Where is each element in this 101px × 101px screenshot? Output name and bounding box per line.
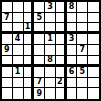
cell-r2c8[interactable]: [77, 13, 88, 24]
cell-r8c8[interactable]: [77, 78, 88, 89]
cell-r2c4[interactable]: 5: [34, 13, 45, 24]
cell-r5c6[interactable]: [56, 45, 67, 56]
cell-r2c6[interactable]: [56, 13, 67, 24]
given-digit: 3: [47, 2, 53, 10]
cell-r3c2[interactable]: [13, 23, 24, 34]
given-digit: 1: [25, 23, 31, 31]
cell-r8c3[interactable]: [24, 78, 35, 89]
cell-r4c4[interactable]: [34, 34, 45, 45]
cell-r5c8[interactable]: 7: [77, 45, 88, 56]
given-digit: 5: [36, 13, 42, 21]
cell-r6c3[interactable]: [24, 56, 35, 67]
cell-r9c3[interactable]: [24, 88, 35, 99]
cell-r6c5[interactable]: 8: [45, 56, 56, 67]
cell-r8c5[interactable]: [45, 78, 56, 89]
cell-r7c2[interactable]: 1: [13, 67, 24, 78]
given-digit: 7: [4, 13, 10, 21]
cell-r3c1[interactable]: [2, 23, 13, 34]
cell-r4c5[interactable]: 1: [45, 34, 56, 45]
cell-r5c2[interactable]: [13, 45, 24, 56]
cell-r9c1[interactable]: [2, 88, 13, 99]
cell-r9c5[interactable]: [45, 88, 56, 99]
cell-r9c9[interactable]: [88, 88, 99, 99]
cell-r5c3[interactable]: [24, 45, 35, 56]
cell-r5c4[interactable]: [34, 45, 45, 56]
given-digit: 3: [69, 35, 75, 43]
cell-r2c5[interactable]: [45, 13, 56, 24]
cell-r7c1[interactable]: [2, 67, 13, 78]
cell-r4c3[interactable]: [24, 34, 35, 45]
cell-r3c4[interactable]: [34, 23, 45, 34]
cell-r1c2[interactable]: [13, 2, 24, 13]
cell-r9c4[interactable]: 9: [34, 88, 45, 99]
cell-r2c1[interactable]: 7: [2, 13, 13, 24]
given-digit: 1: [15, 67, 21, 75]
cell-r4c6[interactable]: [56, 34, 67, 45]
cell-r3c7[interactable]: [67, 23, 78, 34]
cell-r9c6[interactable]: [56, 88, 67, 99]
cell-r6c9[interactable]: [88, 56, 99, 67]
cell-r5c7[interactable]: [67, 45, 78, 56]
cell-r7c3[interactable]: [24, 67, 35, 78]
sudoku-board: 38751413978165729: [0, 0, 101, 101]
cell-r8c2[interactable]: [13, 78, 24, 89]
cell-r9c7[interactable]: [67, 88, 78, 99]
given-digit: 9: [4, 45, 10, 53]
cell-r8c4[interactable]: 7: [34, 78, 45, 89]
cell-r1c6[interactable]: [56, 2, 67, 13]
cell-r6c4[interactable]: [34, 56, 45, 67]
cell-r4c9[interactable]: [88, 34, 99, 45]
cell-r8c7[interactable]: [67, 78, 78, 89]
cell-r1c7[interactable]: 8: [67, 2, 78, 13]
cell-r6c7[interactable]: [67, 56, 78, 67]
cell-r5c9[interactable]: [88, 45, 99, 56]
cell-r3c9[interactable]: [88, 23, 99, 34]
cell-r6c2[interactable]: [13, 56, 24, 67]
cell-r2c7[interactable]: [67, 13, 78, 24]
cell-r1c9[interactable]: [88, 2, 99, 13]
cell-r8c9[interactable]: [88, 78, 99, 89]
cell-r4c2[interactable]: 4: [13, 34, 24, 45]
cell-r3c3[interactable]: 1: [24, 23, 35, 34]
cell-r1c3[interactable]: [24, 2, 35, 13]
cell-r7c9[interactable]: [88, 67, 99, 78]
given-digit: 1: [47, 35, 53, 43]
cell-r3c6[interactable]: [56, 23, 67, 34]
given-digit: 4: [15, 35, 21, 43]
given-digit: 9: [36, 89, 42, 97]
cell-r8c6[interactable]: 2: [56, 78, 67, 89]
cell-r2c2[interactable]: [13, 13, 24, 24]
cell-r7c8[interactable]: 5: [77, 67, 88, 78]
given-digit: 8: [47, 55, 53, 63]
given-digit: 7: [80, 45, 86, 53]
cell-r9c8[interactable]: [77, 88, 88, 99]
given-digit: 8: [69, 2, 75, 10]
cell-r6c6[interactable]: [56, 56, 67, 67]
cell-r6c1[interactable]: [2, 56, 13, 67]
cell-r7c7[interactable]: 6: [67, 67, 78, 78]
given-digit: 2: [57, 78, 63, 86]
cell-r2c9[interactable]: [88, 13, 99, 24]
cell-r4c7[interactable]: 3: [67, 34, 78, 45]
cell-r6c8[interactable]: [77, 56, 88, 67]
cell-r3c5[interactable]: [45, 23, 56, 34]
given-digit: 6: [69, 67, 75, 75]
cell-r7c5[interactable]: [45, 67, 56, 78]
given-digit: 7: [36, 78, 42, 86]
cell-r8c1[interactable]: [2, 78, 13, 89]
cell-r9c2[interactable]: [13, 88, 24, 99]
cell-r1c8[interactable]: [77, 2, 88, 13]
given-digit: 5: [80, 67, 86, 75]
cell-r3c8[interactable]: [77, 23, 88, 34]
cell-r5c1[interactable]: 9: [2, 45, 13, 56]
cell-r1c5[interactable]: 3: [45, 2, 56, 13]
